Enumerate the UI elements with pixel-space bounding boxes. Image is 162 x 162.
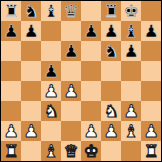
square-b8[interactable]: ♞ (21, 1, 41, 21)
piece-white-pawn-a2[interactable]: ♟ (3, 121, 18, 141)
square-e7[interactable]: ♟ (81, 21, 101, 41)
piece-black-pawn-c5[interactable]: ♟ (43, 61, 58, 81)
square-e3[interactable] (81, 101, 101, 121)
square-d5[interactable] (61, 61, 81, 81)
piece-black-pawn-f7[interactable]: ♟ (103, 21, 118, 41)
square-f8[interactable]: ♜ (101, 1, 121, 21)
square-h4[interactable] (141, 81, 161, 101)
square-a7[interactable]: ♟ (1, 21, 21, 41)
piece-black-queen-d8[interactable]: ♛ (63, 1, 78, 21)
piece-black-knight-b8[interactable]: ♞ (23, 1, 38, 21)
square-f6[interactable]: ♞ (101, 41, 121, 61)
square-d7[interactable] (61, 21, 81, 41)
square-d6[interactable]: ♟ (61, 41, 81, 61)
square-c1[interactable]: ♝ (41, 141, 61, 161)
piece-white-pawn-e2[interactable]: ♟ (83, 121, 98, 141)
piece-white-pawn-f2[interactable]: ♟ (103, 121, 118, 141)
square-h5[interactable] (141, 61, 161, 81)
square-d1[interactable]: ♛ (61, 141, 81, 161)
square-c5[interactable]: ♟ (41, 61, 61, 81)
square-a5[interactable] (1, 61, 21, 81)
piece-black-knight-f6[interactable]: ♞ (103, 41, 118, 61)
piece-black-rook-a8[interactable]: ♜ (3, 1, 18, 21)
square-a8[interactable]: ♜ (1, 1, 21, 21)
square-e5[interactable] (81, 61, 101, 81)
piece-white-knight-c3[interactable]: ♞ (43, 101, 58, 121)
square-b3[interactable] (21, 101, 41, 121)
piece-black-pawn-h7[interactable]: ♟ (143, 21, 158, 41)
square-b6[interactable] (21, 41, 41, 61)
square-b1[interactable] (21, 141, 41, 161)
square-a1[interactable]: ♜ (1, 141, 21, 161)
square-f4[interactable] (101, 81, 121, 101)
chess-board-frame: ♜♞♝♛♜♚♟♟♟♟♝♟♟♞♟♟♟♟♞♞♟♟♟♟♟♝♟♜♝♛♚♜ (0, 0, 162, 162)
square-c6[interactable] (41, 41, 61, 61)
piece-black-bishop-g7[interactable]: ♝ (123, 21, 138, 41)
square-h8[interactable] (141, 1, 161, 21)
piece-white-rook-a1[interactable]: ♜ (3, 141, 18, 161)
square-a4[interactable] (1, 81, 21, 101)
square-g5[interactable] (121, 61, 141, 81)
square-g7[interactable]: ♝ (121, 21, 141, 41)
square-f3[interactable]: ♞ (101, 101, 121, 121)
piece-white-king-e1[interactable]: ♚ (83, 141, 98, 161)
square-g2[interactable]: ♝ (121, 121, 141, 141)
piece-white-pawn-c4[interactable]: ♟ (43, 81, 58, 101)
square-b4[interactable] (21, 81, 41, 101)
piece-white-queen-d1[interactable]: ♛ (63, 141, 78, 161)
square-a3[interactable] (1, 101, 21, 121)
square-h3[interactable] (141, 101, 161, 121)
chess-board: ♜♞♝♛♜♚♟♟♟♟♝♟♟♞♟♟♟♟♞♞♟♟♟♟♟♝♟♜♝♛♚♜ (1, 1, 161, 161)
square-c7[interactable] (41, 21, 61, 41)
square-e6[interactable] (81, 41, 101, 61)
square-b7[interactable]: ♟ (21, 21, 41, 41)
piece-white-rook-h1[interactable]: ♜ (143, 141, 158, 161)
square-b5[interactable] (21, 61, 41, 81)
piece-white-pawn-b2[interactable]: ♟ (23, 121, 38, 141)
piece-white-pawn-h2[interactable]: ♟ (143, 121, 158, 141)
square-f2[interactable]: ♟ (101, 121, 121, 141)
square-a2[interactable]: ♟ (1, 121, 21, 141)
piece-black-pawn-g6[interactable]: ♟ (123, 41, 138, 61)
square-e4[interactable] (81, 81, 101, 101)
square-g1[interactable] (121, 141, 141, 161)
piece-black-king-g8[interactable]: ♚ (123, 1, 138, 21)
square-d2[interactable] (61, 121, 81, 141)
piece-black-pawn-b7[interactable]: ♟ (23, 21, 38, 41)
piece-black-pawn-a7[interactable]: ♟ (3, 21, 18, 41)
piece-white-pawn-g3[interactable]: ♟ (123, 101, 138, 121)
square-f1[interactable] (101, 141, 121, 161)
square-g4[interactable] (121, 81, 141, 101)
piece-white-bishop-g2[interactable]: ♝ (123, 121, 138, 141)
square-e2[interactable]: ♟ (81, 121, 101, 141)
square-d4[interactable]: ♟ (61, 81, 81, 101)
piece-black-pawn-e7[interactable]: ♟ (83, 21, 98, 41)
square-c8[interactable]: ♝ (41, 1, 61, 21)
square-b2[interactable]: ♟ (21, 121, 41, 141)
piece-white-knight-f3[interactable]: ♞ (103, 101, 118, 121)
square-c2[interactable] (41, 121, 61, 141)
square-g3[interactable]: ♟ (121, 101, 141, 121)
square-a6[interactable] (1, 41, 21, 61)
square-c4[interactable]: ♟ (41, 81, 61, 101)
square-h7[interactable]: ♟ (141, 21, 161, 41)
piece-black-bishop-c8[interactable]: ♝ (43, 1, 58, 21)
piece-white-pawn-d4[interactable]: ♟ (63, 81, 78, 101)
square-f7[interactable]: ♟ (101, 21, 121, 41)
square-h2[interactable]: ♟ (141, 121, 161, 141)
square-f5[interactable] (101, 61, 121, 81)
square-g8[interactable]: ♚ (121, 1, 141, 21)
square-h6[interactable] (141, 41, 161, 61)
square-h1[interactable]: ♜ (141, 141, 161, 161)
piece-white-bishop-c1[interactable]: ♝ (43, 141, 58, 161)
piece-black-pawn-d6[interactable]: ♟ (63, 41, 78, 61)
square-d8[interactable]: ♛ (61, 1, 81, 21)
piece-black-rook-f8[interactable]: ♜ (103, 1, 118, 21)
square-g6[interactable]: ♟ (121, 41, 141, 61)
square-d3[interactable] (61, 101, 81, 121)
square-e8[interactable] (81, 1, 101, 21)
square-e1[interactable]: ♚ (81, 141, 101, 161)
square-c3[interactable]: ♞ (41, 101, 61, 121)
